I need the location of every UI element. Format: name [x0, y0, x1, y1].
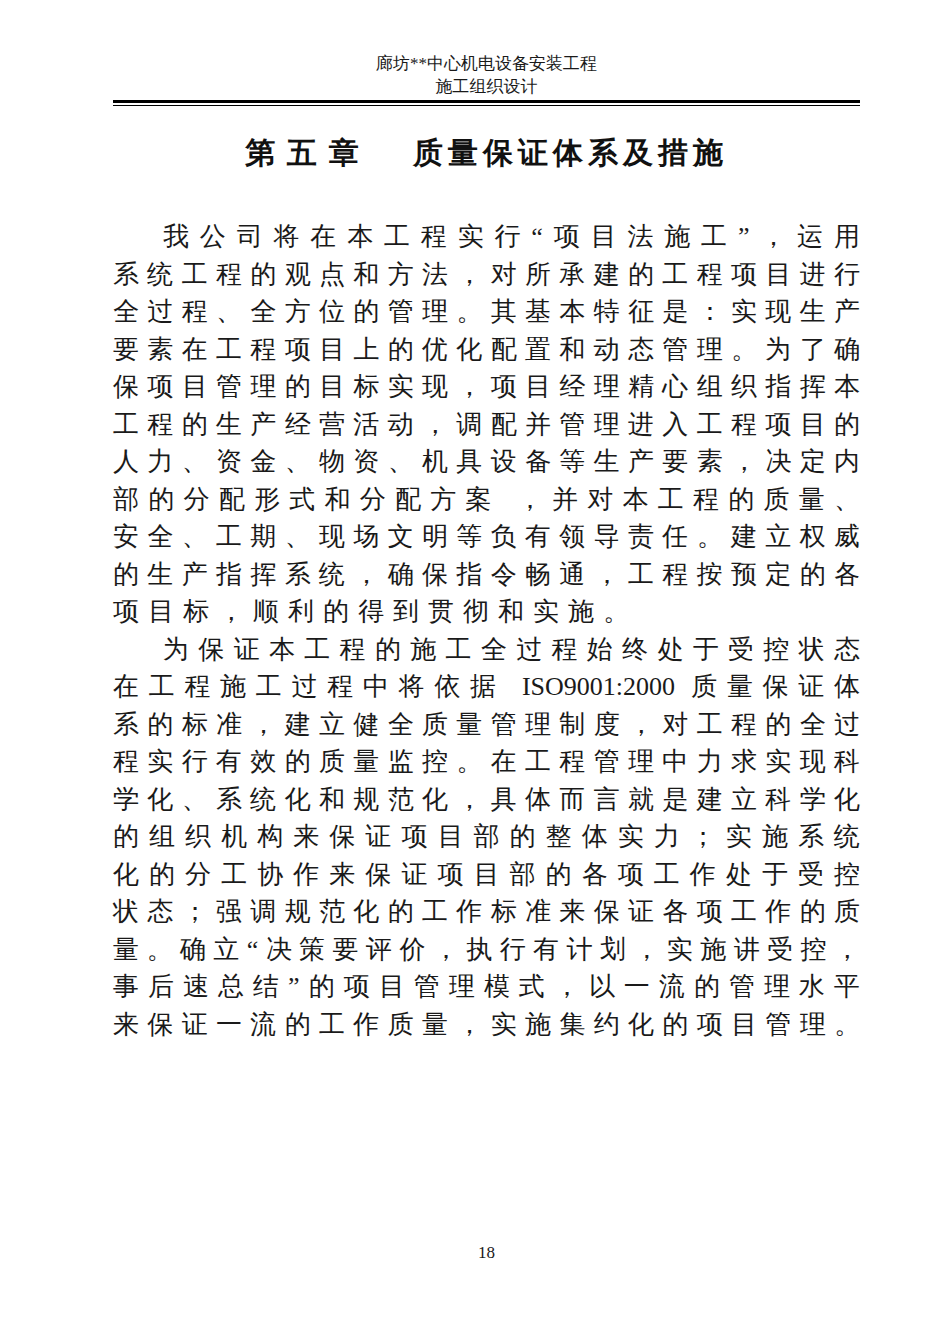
document-page: 廊坊**中心机电设备安装工程 施工组织设计 第五章 质量保证体系及措施 我公司将… — [0, 0, 950, 1344]
text-line: 量。确立“决策要评价，执行有计划，实施讲受控， — [113, 931, 860, 969]
text-line: 我公司将在本工程实行“项目法施工”，运用 — [113, 218, 860, 256]
text-line: 状态；强调规范化的工作标准来保证各项工作的质 — [113, 893, 860, 931]
text-line: 部的分配形式和分配方案 ，并对本工程的质量、 — [113, 481, 860, 519]
paragraph-1: 我公司将在本工程实行“项目法施工”，运用 系统工程的观点和方法，对所承建的工程项… — [113, 218, 860, 631]
text-line: 为保证本工程的施工全过程始终处于受控状态 — [113, 631, 860, 669]
page-header: 廊坊**中心机电设备安装工程 施工组织设计 — [113, 52, 860, 106]
text-line: 要素在工程项目上的优化配置和动态管理。为了确 — [113, 331, 860, 369]
text-line: 的生产指挥系统，确保指令畅通，工程按预定的各 — [113, 556, 860, 594]
text-line: 系统工程的观点和方法，对所承建的工程项目进行 — [113, 256, 860, 294]
paragraph-2: 为保证本工程的施工全过程始终处于受控状态 在工程施工过程中将依据 ISO9001… — [113, 631, 860, 1044]
text-line: 事后速总结”的项目管理模式，以一流的管理水平 — [113, 968, 860, 1006]
text-line: 安全、工期、现场文明等负有领导责任。建立权威 — [113, 518, 860, 556]
text-line: 学化、系统化和规范化，具体而言就是建立科学化 — [113, 781, 860, 819]
header-doc-type: 施工组织设计 — [113, 75, 860, 98]
text-line: 的组织机构来保证项目部的整体实力；实施系统 — [113, 818, 860, 856]
text-line: 系的标准，建立健全质量管理制度，对工程的全过 — [113, 706, 860, 744]
text-line: 全过程、全方位的管理。其基本特征是：实现生产 — [113, 293, 860, 331]
text-line: 保项目管理的目标实现，项目经理精心组织指挥本 — [113, 368, 860, 406]
text-line: 程实行有效的质量监控。在工程管理中力求实现科 — [113, 743, 860, 781]
text-line: 在工程施工过程中将依据 ISO9001:2000 质量保证体 — [113, 668, 860, 706]
text-line: 来保证一流的工作质量，实施集约化的项目管理。 — [113, 1006, 860, 1044]
text-line: 化的分工协作来保证项目部的各项工作处于受控 — [113, 856, 860, 894]
page-number: 18 — [478, 1243, 495, 1262]
page-footer: 18 — [113, 1242, 860, 1264]
text-line: 工程的生产经营活动，调配并管理进入工程项目的 — [113, 406, 860, 444]
text-line: 项目标，顺利的得到贯彻和实施。 — [113, 593, 860, 631]
chapter-number: 第五章 — [245, 133, 371, 174]
header-project-name: 廊坊**中心机电设备安装工程 — [113, 52, 860, 75]
chapter-title: 第五章 质量保证体系及措施 — [113, 133, 860, 174]
header-rule — [113, 100, 860, 106]
chapter-title-text: 质量保证体系及措施 — [413, 133, 728, 174]
text-line: 人力、资金、物资、机具设备等生产要素，决定内 — [113, 443, 860, 481]
